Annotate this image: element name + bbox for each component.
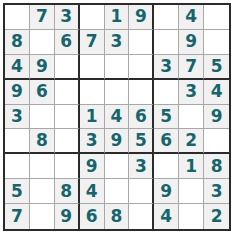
cell-r7c5[interactable] [105,154,130,179]
cell-r3c1: 4 [5,55,30,80]
cell-r1c3: 3 [55,5,80,30]
cell-r6c5: 9 [105,129,130,154]
cell-r3c7: 3 [154,55,179,80]
cell-r9c6[interactable] [129,204,154,229]
cell-r8c5[interactable] [105,179,130,204]
sudoku-board: 7319486739493759634314659839562931858493… [3,3,231,231]
cell-r3c6[interactable] [129,55,154,80]
cell-r6c2: 8 [30,129,55,154]
cell-r1c2: 7 [30,5,55,30]
cell-r5c9: 9 [204,105,229,130]
cell-r3c2: 9 [30,55,55,80]
cell-r8c3: 8 [55,179,80,204]
cell-r4c4[interactable] [80,80,105,105]
cell-r2c5: 3 [105,30,130,55]
cell-r2c8: 9 [179,30,204,55]
cell-r3c8: 7 [179,55,204,80]
cell-r5c6: 6 [129,105,154,130]
cell-r8c6[interactable] [129,179,154,204]
cell-r8c7: 9 [154,179,179,204]
cell-r6c4: 3 [80,129,105,154]
cell-r3c3[interactable] [55,55,80,80]
cell-r4c3[interactable] [55,80,80,105]
cell-r6c1[interactable] [5,129,30,154]
cell-r7c3[interactable] [55,154,80,179]
cell-r1c7[interactable] [154,5,179,30]
cell-r9c7: 4 [154,204,179,229]
cell-r7c8: 1 [179,154,204,179]
cell-r5c1: 3 [5,105,30,130]
cell-r4c8: 3 [179,80,204,105]
cell-r8c2[interactable] [30,179,55,204]
cell-r6c7: 6 [154,129,179,154]
cell-r5c4: 1 [80,105,105,130]
cell-r4c6[interactable] [129,80,154,105]
cell-r4c7[interactable] [154,80,179,105]
cell-r9c2[interactable] [30,204,55,229]
cell-r1c4[interactable] [80,5,105,30]
cell-r4c9: 4 [204,80,229,105]
cell-r6c9[interactable] [204,129,229,154]
cell-r8c1: 5 [5,179,30,204]
cell-r2c4: 7 [80,30,105,55]
cell-r6c6: 5 [129,129,154,154]
cell-r8c4: 4 [80,179,105,204]
cell-r9c8[interactable] [179,204,204,229]
cell-r2c9[interactable] [204,30,229,55]
cell-r5c2[interactable] [30,105,55,130]
cell-r8c9: 3 [204,179,229,204]
cell-r6c3[interactable] [55,129,80,154]
cell-r7c1[interactable] [5,154,30,179]
cell-r5c3[interactable] [55,105,80,130]
cell-r2c2[interactable] [30,30,55,55]
cell-r5c5: 4 [105,105,130,130]
cell-r3c4[interactable] [80,55,105,80]
cell-r3c5[interactable] [105,55,130,80]
cell-r4c2: 6 [30,80,55,105]
cell-r9c9: 2 [204,204,229,229]
cell-r7c4: 9 [80,154,105,179]
cell-r1c5: 1 [105,5,130,30]
cell-r9c5: 8 [105,204,130,229]
cell-r2c1: 8 [5,30,30,55]
cell-r7c7[interactable] [154,154,179,179]
cell-r4c5[interactable] [105,80,130,105]
cell-r5c8[interactable] [179,105,204,130]
cell-r7c2[interactable] [30,154,55,179]
cell-r7c6: 3 [129,154,154,179]
cell-r4c1: 9 [5,80,30,105]
cell-r9c4: 6 [80,204,105,229]
cell-r1c9[interactable] [204,5,229,30]
cell-r2c7[interactable] [154,30,179,55]
cell-r8c8[interactable] [179,179,204,204]
cell-r5c7: 5 [154,105,179,130]
cell-r7c9: 8 [204,154,229,179]
cell-r2c6[interactable] [129,30,154,55]
cell-r3c9: 5 [204,55,229,80]
cell-r1c8: 4 [179,5,204,30]
cell-r1c1[interactable] [5,5,30,30]
cell-r9c3: 9 [55,204,80,229]
cell-r1c6: 9 [129,5,154,30]
cell-r2c3: 6 [55,30,80,55]
cell-r6c8: 2 [179,129,204,154]
cell-r9c1: 7 [5,204,30,229]
